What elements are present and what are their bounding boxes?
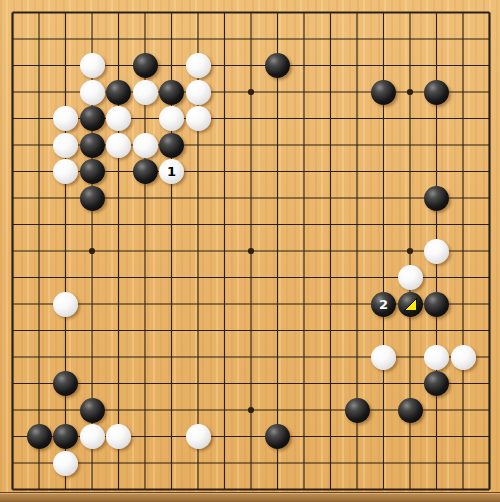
stone-white [133,133,158,158]
stone-white [159,106,184,131]
stone-black [80,398,105,423]
stone-black [424,371,449,396]
stone-black [265,53,290,78]
stone-black [80,106,105,131]
stone-black [53,424,78,449]
stone-white [53,106,78,131]
stone-black [80,186,105,211]
go-board-frame: 12 [0,0,500,502]
stone-black [53,371,78,396]
stone-white [53,451,78,476]
stone-white [424,239,449,264]
stone-black [398,398,423,423]
stone-white [398,265,423,290]
stone-black [265,424,290,449]
move-number-label: 1 [167,165,176,178]
stone-white [371,345,396,370]
stone-white [451,345,476,370]
stone-white [106,133,131,158]
stone-white [186,424,211,449]
move-number-label: 2 [379,298,388,311]
stone-white [80,80,105,105]
stone-white [186,53,211,78]
stone-black [398,292,423,317]
stone-white [80,53,105,78]
stone-black [159,133,184,158]
stone-white [53,133,78,158]
stone-black [424,292,449,317]
stone-white [53,159,78,184]
stone-white [106,106,131,131]
stone-black [345,398,370,423]
stone-black [80,159,105,184]
stone-black [424,80,449,105]
stone-white [186,106,211,131]
stone-white [53,292,78,317]
stone-white [80,424,105,449]
go-board[interactable]: 12 [0,0,500,502]
stone-black [424,186,449,211]
stone-black [133,159,158,184]
stone-layer: 12 [0,0,500,502]
stone-white [424,345,449,370]
stone-black [106,80,131,105]
stone-black: 2 [371,292,396,317]
stone-white [106,424,131,449]
board-bevel-edge [0,492,500,502]
stone-white [186,80,211,105]
stone-black [159,80,184,105]
stone-black [371,80,396,105]
stone-white: 1 [159,159,184,184]
triangle-marker [403,297,418,312]
stone-black [27,424,52,449]
stone-white [133,80,158,105]
stone-black [80,133,105,158]
stone-black [133,53,158,78]
